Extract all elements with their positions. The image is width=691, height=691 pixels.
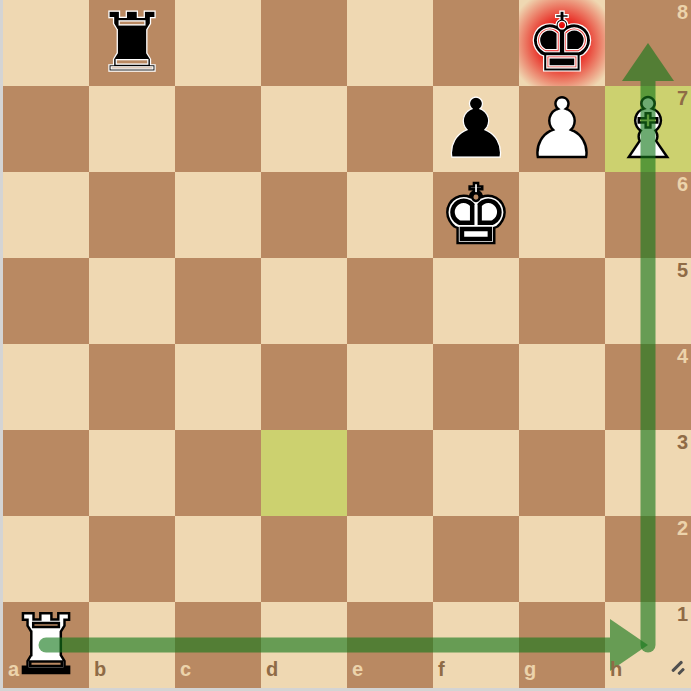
square-d1[interactable] xyxy=(261,602,347,688)
black-king-g8[interactable]: ♚ xyxy=(519,0,605,86)
square-c5[interactable] xyxy=(175,258,261,344)
square-b2[interactable] xyxy=(89,516,175,602)
square-d7[interactable] xyxy=(261,86,347,172)
square-d6[interactable] xyxy=(261,172,347,258)
square-a8[interactable] xyxy=(3,0,89,86)
square-e2[interactable] xyxy=(347,516,433,602)
square-h6[interactable] xyxy=(605,172,691,258)
square-a7[interactable] xyxy=(3,86,89,172)
square-a2[interactable] xyxy=(3,516,89,602)
square-c7[interactable] xyxy=(175,86,261,172)
square-b5[interactable] xyxy=(89,258,175,344)
square-d4[interactable] xyxy=(261,344,347,430)
square-h4[interactable] xyxy=(605,344,691,430)
square-b3[interactable] xyxy=(89,430,175,516)
white-bishop-h7[interactable]: ♝ xyxy=(605,86,691,172)
square-f3[interactable] xyxy=(433,430,519,516)
square-h2[interactable] xyxy=(605,516,691,602)
square-b1[interactable] xyxy=(89,602,175,688)
square-d3[interactable] xyxy=(261,430,347,516)
square-e8[interactable] xyxy=(347,0,433,86)
square-c8[interactable] xyxy=(175,0,261,86)
square-f5[interactable] xyxy=(433,258,519,344)
square-b7[interactable] xyxy=(89,86,175,172)
white-rook-a1[interactable]: ♜ xyxy=(3,602,89,688)
square-g2[interactable] xyxy=(519,516,605,602)
square-e6[interactable] xyxy=(347,172,433,258)
square-a4[interactable] xyxy=(3,344,89,430)
square-c2[interactable] xyxy=(175,516,261,602)
square-c3[interactable] xyxy=(175,430,261,516)
square-b6[interactable] xyxy=(89,172,175,258)
square-f4[interactable] xyxy=(433,344,519,430)
square-g5[interactable] xyxy=(519,258,605,344)
square-f1[interactable] xyxy=(433,602,519,688)
square-h3[interactable] xyxy=(605,430,691,516)
square-e1[interactable] xyxy=(347,602,433,688)
square-a3[interactable] xyxy=(3,430,89,516)
square-d2[interactable] xyxy=(261,516,347,602)
square-g1[interactable] xyxy=(519,602,605,688)
resize-grip-icon xyxy=(677,668,684,675)
square-g3[interactable] xyxy=(519,430,605,516)
square-d5[interactable] xyxy=(261,258,347,344)
square-e4[interactable] xyxy=(347,344,433,430)
square-a6[interactable] xyxy=(3,172,89,258)
square-e5[interactable] xyxy=(347,258,433,344)
white-pawn-g7[interactable]: ♟ xyxy=(519,86,605,172)
square-e7[interactable] xyxy=(347,86,433,172)
square-h8[interactable] xyxy=(605,0,691,86)
black-pawn-f7[interactable]: ♟ xyxy=(433,86,519,172)
square-d8[interactable] xyxy=(261,0,347,86)
square-f2[interactable] xyxy=(433,516,519,602)
chess-board: ♜♚♟♝♜♟♚ 12345678abcdefgh xyxy=(3,0,691,688)
square-c1[interactable] xyxy=(175,602,261,688)
board-resize-handle[interactable] xyxy=(667,656,689,678)
square-f8[interactable] xyxy=(433,0,519,86)
square-c6[interactable] xyxy=(175,172,261,258)
square-g4[interactable] xyxy=(519,344,605,430)
square-e3[interactable] xyxy=(347,430,433,516)
white-king-f6[interactable]: ♚ xyxy=(433,172,519,258)
square-c4[interactable] xyxy=(175,344,261,430)
square-a5[interactable] xyxy=(3,258,89,344)
black-rook-b8[interactable]: ♜ xyxy=(89,0,175,86)
square-g6[interactable] xyxy=(519,172,605,258)
square-b4[interactable] xyxy=(89,344,175,430)
page-background: { "game": "chess", "board_theme": "brown… xyxy=(0,0,691,691)
square-h5[interactable] xyxy=(605,258,691,344)
